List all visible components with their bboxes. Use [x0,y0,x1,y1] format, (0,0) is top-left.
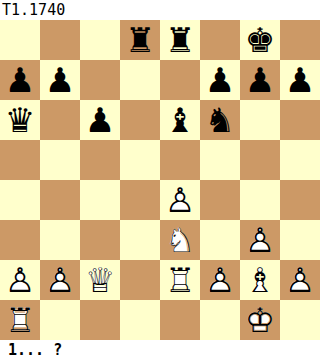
square-f3[interactable] [200,220,240,260]
square-a7[interactable]: ♟ [0,60,40,100]
square-g3[interactable]: ♟♙ [240,220,280,260]
square-d4[interactable] [120,180,160,220]
chess-puzzle-diagram: T1.1740 ♜♜♚♟♟♟♟♟♛♟♝♞♟♙♞♘♟♙♟♙♟♙♛♕♜♖♟♙♝♗♟♙… [0,0,320,360]
square-h5[interactable] [280,140,320,180]
square-b5[interactable] [40,140,80,180]
square-d8[interactable]: ♜ [120,20,160,60]
white-piece-outline: ♙ [160,180,200,220]
white-knight: ♞♘ [160,220,200,260]
square-h2[interactable]: ♟♙ [280,260,320,300]
white-king: ♚♔ [240,300,280,340]
white-piece-outline: ♕ [80,260,120,300]
puzzle-title: T1.1740 [0,0,320,20]
square-h1[interactable] [280,300,320,340]
square-e2[interactable]: ♜♖ [160,260,200,300]
square-e8[interactable]: ♜ [160,20,200,60]
white-piece-outline: ♙ [0,260,40,300]
square-c6[interactable]: ♟ [80,100,120,140]
square-c2[interactable]: ♛♕ [80,260,120,300]
square-d5[interactable] [120,140,160,180]
white-piece-outline: ♘ [160,220,200,260]
square-h3[interactable] [280,220,320,260]
square-g6[interactable] [240,100,280,140]
square-h7[interactable]: ♟ [280,60,320,100]
square-d7[interactable] [120,60,160,100]
black-king: ♚ [240,20,280,60]
square-c5[interactable] [80,140,120,180]
square-b8[interactable] [40,20,80,60]
square-e7[interactable] [160,60,200,100]
white-piece-outline: ♙ [40,260,80,300]
white-piece-outline: ♗ [240,260,280,300]
black-pawn: ♟ [80,100,120,140]
square-f1[interactable] [200,300,240,340]
square-g8[interactable]: ♚ [240,20,280,60]
square-a5[interactable] [0,140,40,180]
white-piece-outline: ♙ [280,260,320,300]
square-a2[interactable]: ♟♙ [0,260,40,300]
square-d1[interactable] [120,300,160,340]
square-e5[interactable] [160,140,200,180]
square-g5[interactable] [240,140,280,180]
white-pawn: ♟♙ [280,260,320,300]
square-b7[interactable]: ♟ [40,60,80,100]
square-a4[interactable] [0,180,40,220]
black-pawn: ♟ [40,60,80,100]
white-pawn: ♟♙ [0,260,40,300]
black-knight: ♞ [200,100,240,140]
square-a8[interactable] [0,20,40,60]
square-b1[interactable] [40,300,80,340]
black-pawn: ♟ [280,60,320,100]
square-b3[interactable] [40,220,80,260]
black-queen: ♛ [0,100,40,140]
square-d2[interactable] [120,260,160,300]
square-e4[interactable]: ♟♙ [160,180,200,220]
square-g1[interactable]: ♚♔ [240,300,280,340]
square-c1[interactable] [80,300,120,340]
square-f6[interactable]: ♞ [200,100,240,140]
square-b6[interactable] [40,100,80,140]
white-queen: ♛♕ [80,260,120,300]
white-pawn: ♟♙ [40,260,80,300]
square-c3[interactable] [80,220,120,260]
white-pawn: ♟♙ [240,220,280,260]
square-b2[interactable]: ♟♙ [40,260,80,300]
square-f5[interactable] [200,140,240,180]
white-piece-outline: ♙ [240,220,280,260]
square-h8[interactable] [280,20,320,60]
square-a1[interactable]: ♜♖ [0,300,40,340]
square-g2[interactable]: ♝♗ [240,260,280,300]
square-c8[interactable] [80,20,120,60]
black-pawn: ♟ [200,60,240,100]
black-bishop: ♝ [160,100,200,140]
white-pawn: ♟♙ [160,180,200,220]
white-piece-outline: ♖ [160,260,200,300]
square-a6[interactable]: ♛ [0,100,40,140]
square-e3[interactable]: ♞♘ [160,220,200,260]
white-bishop: ♝♗ [240,260,280,300]
black-rook: ♜ [120,20,160,60]
move-prompt: 1... ? [0,340,320,360]
square-h6[interactable] [280,100,320,140]
square-g4[interactable] [240,180,280,220]
square-c7[interactable] [80,60,120,100]
black-pawn: ♟ [0,60,40,100]
square-e1[interactable] [160,300,200,340]
square-f2[interactable]: ♟♙ [200,260,240,300]
square-e6[interactable]: ♝ [160,100,200,140]
square-c4[interactable] [80,180,120,220]
white-piece-outline: ♖ [0,300,40,340]
square-f4[interactable] [200,180,240,220]
square-d6[interactable] [120,100,160,140]
white-piece-outline: ♙ [200,260,240,300]
white-rook: ♜♖ [0,300,40,340]
white-piece-outline: ♔ [240,300,280,340]
square-a3[interactable] [0,220,40,260]
black-rook: ♜ [160,20,200,60]
square-h4[interactable] [280,180,320,220]
square-f8[interactable] [200,20,240,60]
white-pawn: ♟♙ [200,260,240,300]
square-d3[interactable] [120,220,160,260]
square-b4[interactable] [40,180,80,220]
white-rook: ♜♖ [160,260,200,300]
black-pawn: ♟ [240,60,280,100]
chess-board: ♜♜♚♟♟♟♟♟♛♟♝♞♟♙♞♘♟♙♟♙♟♙♛♕♜♖♟♙♝♗♟♙♜♖♚♔ [0,20,320,340]
square-f7[interactable]: ♟ [200,60,240,100]
square-g7[interactable]: ♟ [240,60,280,100]
